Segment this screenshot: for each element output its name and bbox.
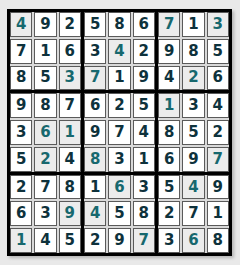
- box-6: 134852697: [158, 93, 229, 171]
- cell-r6c6[interactable]: 1: [133, 147, 155, 172]
- cell-r3c4[interactable]: 7: [84, 66, 106, 91]
- cell-r7c8[interactable]: 4: [182, 175, 204, 200]
- cell-r6c3[interactable]: 4: [59, 147, 81, 172]
- box-2: 586342719: [84, 12, 155, 90]
- cell-r7c2[interactable]: 7: [34, 175, 56, 200]
- cell-r8c2[interactable]: 3: [34, 201, 56, 226]
- cell-r9c2[interactable]: 4: [34, 228, 56, 253]
- cell-r9c7[interactable]: 3: [158, 228, 180, 253]
- cell-r5c5[interactable]: 7: [108, 120, 130, 145]
- cell-r8c5[interactable]: 5: [108, 201, 130, 226]
- cell-r7c5[interactable]: 6: [108, 175, 130, 200]
- cell-r4c6[interactable]: 5: [133, 93, 155, 118]
- cell-r8c3[interactable]: 9: [59, 201, 81, 226]
- cell-r1c8[interactable]: 1: [182, 12, 204, 37]
- cell-r4c7[interactable]: 1: [158, 93, 180, 118]
- cell-r6c4[interactable]: 8: [84, 147, 106, 172]
- box-4: 987361524: [10, 93, 81, 171]
- cell-r1c6[interactable]: 6: [133, 12, 155, 37]
- cell-r7c6[interactable]: 3: [133, 175, 155, 200]
- cell-r4c1[interactable]: 9: [10, 93, 32, 118]
- cell-r5c3[interactable]: 1: [59, 120, 81, 145]
- cell-r6c7[interactable]: 6: [158, 147, 180, 172]
- cell-r2c1[interactable]: 7: [10, 39, 32, 64]
- cell-r3c1[interactable]: 8: [10, 66, 32, 91]
- cell-r6c9[interactable]: 7: [207, 147, 229, 172]
- cell-r2c9[interactable]: 5: [207, 39, 229, 64]
- cell-r1c1[interactable]: 4: [10, 12, 32, 37]
- cell-r8c6[interactable]: 8: [133, 201, 155, 226]
- cell-r5c4[interactable]: 9: [84, 120, 106, 145]
- box-3: 713985426: [158, 12, 229, 90]
- cell-r2c2[interactable]: 1: [34, 39, 56, 64]
- box-1: 492716853: [10, 12, 81, 90]
- box-7: 278639145: [10, 175, 81, 253]
- box-5: 625974831: [84, 93, 155, 171]
- cell-r5c7[interactable]: 8: [158, 120, 180, 145]
- cell-r9c3[interactable]: 5: [59, 228, 81, 253]
- cell-r7c3[interactable]: 8: [59, 175, 81, 200]
- cell-r3c3[interactable]: 3: [59, 66, 81, 91]
- cell-r7c9[interactable]: 9: [207, 175, 229, 200]
- cell-r6c1[interactable]: 5: [10, 147, 32, 172]
- cell-r6c2[interactable]: 2: [34, 147, 56, 172]
- box-8: 163458297: [84, 175, 155, 253]
- sudoku-board: 4927168535863427197139854269873615246259…: [7, 9, 232, 256]
- box-9: 549271368: [158, 175, 229, 253]
- cell-r2c3[interactable]: 6: [59, 39, 81, 64]
- cell-r1c7[interactable]: 7: [158, 12, 180, 37]
- cell-r8c1[interactable]: 6: [10, 201, 32, 226]
- cell-r5c2[interactable]: 6: [34, 120, 56, 145]
- cell-r2c4[interactable]: 3: [84, 39, 106, 64]
- cell-r5c6[interactable]: 4: [133, 120, 155, 145]
- cell-r9c8[interactable]: 6: [182, 228, 204, 253]
- cell-r8c9[interactable]: 1: [207, 201, 229, 226]
- cell-r3c8[interactable]: 2: [182, 66, 204, 91]
- cell-r1c2[interactable]: 9: [34, 12, 56, 37]
- cell-r3c2[interactable]: 5: [34, 66, 56, 91]
- cell-r5c1[interactable]: 3: [10, 120, 32, 145]
- cell-r2c7[interactable]: 9: [158, 39, 180, 64]
- cell-r1c9[interactable]: 3: [207, 12, 229, 37]
- cell-r3c9[interactable]: 6: [207, 66, 229, 91]
- cell-r2c5[interactable]: 4: [108, 39, 130, 64]
- cell-r8c7[interactable]: 2: [158, 201, 180, 226]
- cell-r4c2[interactable]: 8: [34, 93, 56, 118]
- cell-r3c6[interactable]: 9: [133, 66, 155, 91]
- cell-r1c3[interactable]: 2: [59, 12, 81, 37]
- cell-r1c5[interactable]: 8: [108, 12, 130, 37]
- cell-r9c9[interactable]: 8: [207, 228, 229, 253]
- cell-r4c5[interactable]: 2: [108, 93, 130, 118]
- cell-r9c5[interactable]: 9: [108, 228, 130, 253]
- cell-r4c8[interactable]: 3: [182, 93, 204, 118]
- cell-r5c8[interactable]: 5: [182, 120, 204, 145]
- cell-r3c7[interactable]: 4: [158, 66, 180, 91]
- cell-r4c9[interactable]: 4: [207, 93, 229, 118]
- cell-r3c5[interactable]: 1: [108, 66, 130, 91]
- cell-r7c7[interactable]: 5: [158, 175, 180, 200]
- cell-r2c6[interactable]: 2: [133, 39, 155, 64]
- cell-r1c4[interactable]: 5: [84, 12, 106, 37]
- cell-r7c4[interactable]: 1: [84, 175, 106, 200]
- cell-r8c4[interactable]: 4: [84, 201, 106, 226]
- cell-r4c3[interactable]: 7: [59, 93, 81, 118]
- cell-r9c1[interactable]: 1: [10, 228, 32, 253]
- cell-r6c8[interactable]: 9: [182, 147, 204, 172]
- cell-r5c9[interactable]: 2: [207, 120, 229, 145]
- cell-r4c4[interactable]: 6: [84, 93, 106, 118]
- cell-r8c8[interactable]: 7: [182, 201, 204, 226]
- cell-r7c1[interactable]: 2: [10, 175, 32, 200]
- cell-r9c4[interactable]: 2: [84, 228, 106, 253]
- cell-r6c5[interactable]: 3: [108, 147, 130, 172]
- cell-r2c8[interactable]: 8: [182, 39, 204, 64]
- cell-r9c6[interactable]: 7: [133, 228, 155, 253]
